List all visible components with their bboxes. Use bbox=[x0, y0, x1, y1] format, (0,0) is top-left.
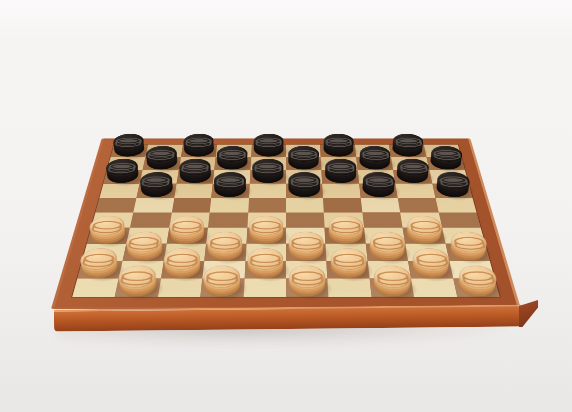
piece-top-face: ⛀ bbox=[88, 216, 127, 236]
piece-top-face: ⛂ bbox=[362, 172, 396, 189]
piece-top-face: ⛀ bbox=[330, 248, 367, 269]
piece-top-face: ⛀ bbox=[247, 248, 283, 269]
black-checker[interactable]: ⛂ bbox=[179, 169, 212, 186]
black-checker-glyph: ⛂ bbox=[362, 172, 396, 189]
wood-checker[interactable]: ⛀ bbox=[89, 226, 127, 246]
wood-checker[interactable]: ⛀ bbox=[405, 226, 442, 246]
dark-square[interactable]: ⛂ bbox=[286, 157, 322, 170]
dark-square[interactable]: ⛂ bbox=[143, 157, 181, 170]
piece-top-face: ⛂ bbox=[138, 172, 173, 189]
wood-checker[interactable]: ⛀ bbox=[164, 259, 202, 281]
dark-square[interactable]: ⛀ bbox=[403, 228, 445, 244]
piece-top-face: ⛀ bbox=[457, 266, 499, 289]
dark-square[interactable]: ⛀ bbox=[87, 228, 130, 244]
black-checker-glyph: ⛂ bbox=[289, 172, 321, 189]
dark-square[interactable]: ⛀ bbox=[244, 261, 286, 279]
dark-square[interactable]: ⛀ bbox=[246, 228, 286, 244]
wood-checker[interactable]: ⛀ bbox=[368, 242, 405, 263]
black-checker-glyph: ⛂ bbox=[144, 146, 178, 162]
wood-checker[interactable]: ⛀ bbox=[372, 276, 411, 299]
wood-checker[interactable]: ⛀ bbox=[456, 276, 498, 299]
wood-checker-glyph: ⛀ bbox=[116, 266, 157, 289]
black-checker-glyph: ⛂ bbox=[253, 134, 283, 149]
dark-square[interactable]: ⛀ bbox=[115, 278, 161, 296]
dark-square[interactable] bbox=[95, 198, 136, 213]
dark-square[interactable]: ⛀ bbox=[123, 244, 167, 261]
black-checker-glyph: ⛂ bbox=[323, 134, 354, 149]
dark-square[interactable]: ⛂ bbox=[286, 184, 323, 198]
dark-square[interactable] bbox=[323, 198, 362, 213]
dark-square[interactable]: ⛀ bbox=[327, 261, 370, 279]
dark-square[interactable]: ⛀ bbox=[286, 278, 329, 296]
dark-square[interactable]: ⛀ bbox=[167, 228, 209, 244]
dark-square[interactable]: ⛀ bbox=[408, 261, 453, 279]
piece-top-face: ⛀ bbox=[449, 232, 489, 252]
black-checker-glyph: ⛂ bbox=[392, 134, 425, 149]
piece-top-face: ⛂ bbox=[430, 146, 464, 162]
black-checker-glyph: ⛂ bbox=[216, 146, 248, 162]
wood-checker[interactable]: ⛀ bbox=[118, 276, 158, 299]
dark-square[interactable]: ⛂ bbox=[137, 184, 177, 198]
dark-square[interactable]: ⛂ bbox=[322, 170, 359, 184]
black-checker-glyph: ⛂ bbox=[430, 146, 464, 162]
wood-checker-glyph: ⛀ bbox=[247, 248, 283, 269]
piece-top-face: ⛀ bbox=[412, 248, 452, 269]
wood-checker-glyph: ⛀ bbox=[457, 266, 499, 289]
wood-checker-glyph: ⛀ bbox=[449, 232, 489, 252]
dark-square[interactable]: ⛂ bbox=[103, 170, 142, 184]
dark-square[interactable]: ⛀ bbox=[204, 244, 246, 261]
wood-checker-glyph: ⛀ bbox=[203, 266, 241, 289]
dark-square[interactable]: ⛀ bbox=[77, 261, 123, 279]
wood-checker[interactable]: ⛀ bbox=[289, 276, 326, 299]
piece-top-face: ⛀ bbox=[207, 232, 243, 252]
piece-top-face: ⛀ bbox=[373, 266, 412, 289]
wood-checker[interactable]: ⛀ bbox=[330, 259, 367, 281]
wood-checker-glyph: ⛀ bbox=[328, 216, 364, 236]
black-checker-glyph: ⛂ bbox=[397, 159, 431, 175]
black-checker[interactable]: ⛂ bbox=[289, 182, 321, 199]
piece-top-face: ⛀ bbox=[289, 266, 326, 289]
dark-square[interactable]: ⛂ bbox=[214, 157, 250, 170]
wood-checker-glyph: ⛀ bbox=[207, 232, 243, 252]
dark-square[interactable] bbox=[208, 213, 248, 228]
piece-top-face: ⛂ bbox=[178, 159, 211, 175]
wood-checker-glyph: ⛀ bbox=[168, 216, 205, 236]
perspective-stage: ⛂⛂⛂⛂⛂⛂⛂⛂⛂⛂⛂⛂⛂⛂⛂⛂⛂⛂⛂⛂⛀⛀⛀⛀⛀⛀⛀⛀⛀⛀⛀⛀⛀⛀⛀⛀⛀⛀⛀⛀ bbox=[0, 0, 572, 412]
wood-checker[interactable]: ⛀ bbox=[328, 226, 363, 246]
wood-checker-glyph: ⛀ bbox=[406, 216, 444, 236]
dark-square[interactable]: ⛀ bbox=[201, 278, 245, 296]
wood-checker-glyph: ⛀ bbox=[289, 266, 326, 289]
piece-top-face: ⛀ bbox=[78, 248, 119, 269]
piece-top-face: ⛂ bbox=[104, 159, 139, 175]
piece-top-face: ⛂ bbox=[289, 172, 321, 189]
wood-checker-glyph: ⛀ bbox=[88, 216, 127, 236]
dark-square[interactable]: ⛀ bbox=[453, 278, 500, 296]
dark-square[interactable]: ⛂ bbox=[393, 170, 432, 184]
dark-square[interactable] bbox=[172, 198, 212, 213]
dark-square[interactable]: ⛀ bbox=[325, 228, 366, 244]
dark-square[interactable]: ⛀ bbox=[369, 278, 414, 296]
piece-top-face: ⛂ bbox=[216, 146, 248, 162]
board-grid: ⛂⛂⛂⛂⛂⛂⛂⛂⛂⛂⛂⛂⛂⛂⛂⛂⛂⛂⛂⛂⛀⛀⛀⛀⛀⛀⛀⛀⛀⛀⛀⛀⛀⛀⛀⛀⛀⛀⛀⛀ bbox=[72, 145, 499, 297]
photo-scene: ⛂⛂⛂⛂⛂⛂⛂⛂⛂⛂⛂⛂⛂⛂⛂⛂⛂⛂⛂⛂⛀⛀⛀⛀⛀⛀⛀⛀⛀⛀⛀⛀⛀⛀⛀⛀⛀⛀⛀⛀ bbox=[0, 0, 572, 412]
piece-top-face: ⛀ bbox=[369, 232, 407, 252]
piece-top-face: ⛀ bbox=[249, 216, 283, 236]
piece-top-face: ⛀ bbox=[116, 266, 157, 289]
dark-square[interactable]: ⛂ bbox=[432, 184, 472, 198]
piece-top-face: ⛂ bbox=[325, 159, 357, 175]
piece-top-face: ⛂ bbox=[289, 146, 320, 162]
piece-top-face: ⛀ bbox=[203, 266, 241, 289]
piece-top-face: ⛂ bbox=[112, 134, 146, 149]
black-checker-glyph: ⛂ bbox=[213, 172, 246, 189]
wood-checker[interactable]: ⛀ bbox=[80, 259, 120, 281]
wood-checker-glyph: ⛀ bbox=[124, 232, 163, 252]
piece-top-face: ⛀ bbox=[289, 232, 324, 252]
dark-square[interactable]: ⛂ bbox=[211, 184, 249, 198]
wood-checker-glyph: ⛀ bbox=[369, 232, 407, 252]
black-checker-glyph: ⛂ bbox=[289, 146, 320, 162]
dark-square[interactable] bbox=[130, 213, 171, 228]
piece-top-face: ⛂ bbox=[182, 134, 214, 149]
black-checker-glyph: ⛂ bbox=[252, 159, 284, 175]
wood-checker[interactable]: ⛀ bbox=[411, 259, 450, 281]
wood-checker[interactable]: ⛀ bbox=[207, 242, 243, 263]
wood-checker[interactable]: ⛀ bbox=[247, 259, 283, 281]
dark-square[interactable]: ⛀ bbox=[445, 244, 489, 261]
black-checker-glyph: ⛂ bbox=[112, 134, 146, 149]
draughts-board: ⛂⛂⛂⛂⛂⛂⛂⛂⛂⛂⛂⛂⛂⛂⛂⛂⛂⛂⛂⛂⛀⛀⛀⛀⛀⛀⛀⛀⛀⛀⛀⛀⛀⛀⛀⛀⛀⛀⛀⛀ bbox=[51, 139, 521, 309]
dark-square[interactable]: ⛂ bbox=[176, 170, 214, 184]
piece-top-face: ⛂ bbox=[392, 134, 425, 149]
black-checker-glyph: ⛂ bbox=[178, 159, 211, 175]
black-checker[interactable]: ⛂ bbox=[214, 182, 247, 199]
piece-top-face: ⛀ bbox=[328, 216, 364, 236]
piece-top-face: ⛂ bbox=[436, 172, 472, 189]
wood-checker-glyph: ⛀ bbox=[162, 248, 200, 269]
wood-checker-glyph: ⛀ bbox=[289, 232, 324, 252]
black-checker-glyph: ⛂ bbox=[436, 172, 472, 189]
dark-square[interactable]: ⛀ bbox=[366, 244, 409, 261]
piece-top-face: ⛂ bbox=[397, 159, 431, 175]
piece-top-face: ⛂ bbox=[213, 172, 246, 189]
piece-top-face: ⛀ bbox=[168, 216, 205, 236]
dark-square[interactable]: ⛀ bbox=[161, 261, 205, 279]
black-checker-glyph: ⛂ bbox=[182, 134, 214, 149]
piece-top-face: ⛂ bbox=[253, 134, 283, 149]
dark-square[interactable]: ⛂ bbox=[249, 170, 286, 184]
dark-square[interactable] bbox=[286, 213, 325, 228]
piece-top-face: ⛀ bbox=[406, 216, 444, 236]
black-checker-glyph: ⛂ bbox=[104, 159, 139, 175]
piece-top-face: ⛂ bbox=[323, 134, 354, 149]
black-checker-glyph: ⛂ bbox=[138, 172, 173, 189]
black-checker-glyph: ⛂ bbox=[325, 159, 357, 175]
dark-square[interactable] bbox=[248, 198, 286, 213]
dark-square[interactable]: ⛂ bbox=[426, 157, 465, 170]
wood-checker[interactable]: ⛀ bbox=[126, 242, 164, 263]
piece-top-face: ⛂ bbox=[359, 146, 392, 162]
wood-checker-glyph: ⛀ bbox=[373, 266, 412, 289]
black-checker-glyph: ⛂ bbox=[359, 146, 392, 162]
wood-checker-glyph: ⛀ bbox=[78, 248, 119, 269]
dark-square[interactable] bbox=[438, 213, 480, 228]
dark-square[interactable]: ⛂ bbox=[359, 184, 398, 198]
wood-checker-glyph: ⛀ bbox=[412, 248, 452, 269]
wood-checker-glyph: ⛀ bbox=[330, 248, 367, 269]
wood-checker-glyph: ⛀ bbox=[249, 216, 283, 236]
dark-square[interactable]: ⛂ bbox=[356, 157, 393, 170]
dark-square[interactable] bbox=[398, 198, 439, 213]
black-checker[interactable]: ⛂ bbox=[106, 169, 141, 186]
piece-top-face: ⛀ bbox=[162, 248, 200, 269]
dark-square[interactable]: ⛀ bbox=[286, 244, 327, 261]
wood-checker[interactable]: ⛀ bbox=[289, 242, 324, 263]
piece-top-face: ⛀ bbox=[124, 232, 163, 252]
dark-square[interactable] bbox=[362, 213, 403, 228]
wood-checker[interactable]: ⛀ bbox=[249, 226, 283, 246]
wood-checker[interactable]: ⛀ bbox=[169, 226, 205, 246]
piece-top-face: ⛂ bbox=[252, 159, 284, 175]
wood-checker[interactable]: ⛀ bbox=[448, 242, 487, 263]
wood-checker[interactable]: ⛀ bbox=[203, 276, 241, 299]
piece-top-face: ⛂ bbox=[144, 146, 178, 162]
